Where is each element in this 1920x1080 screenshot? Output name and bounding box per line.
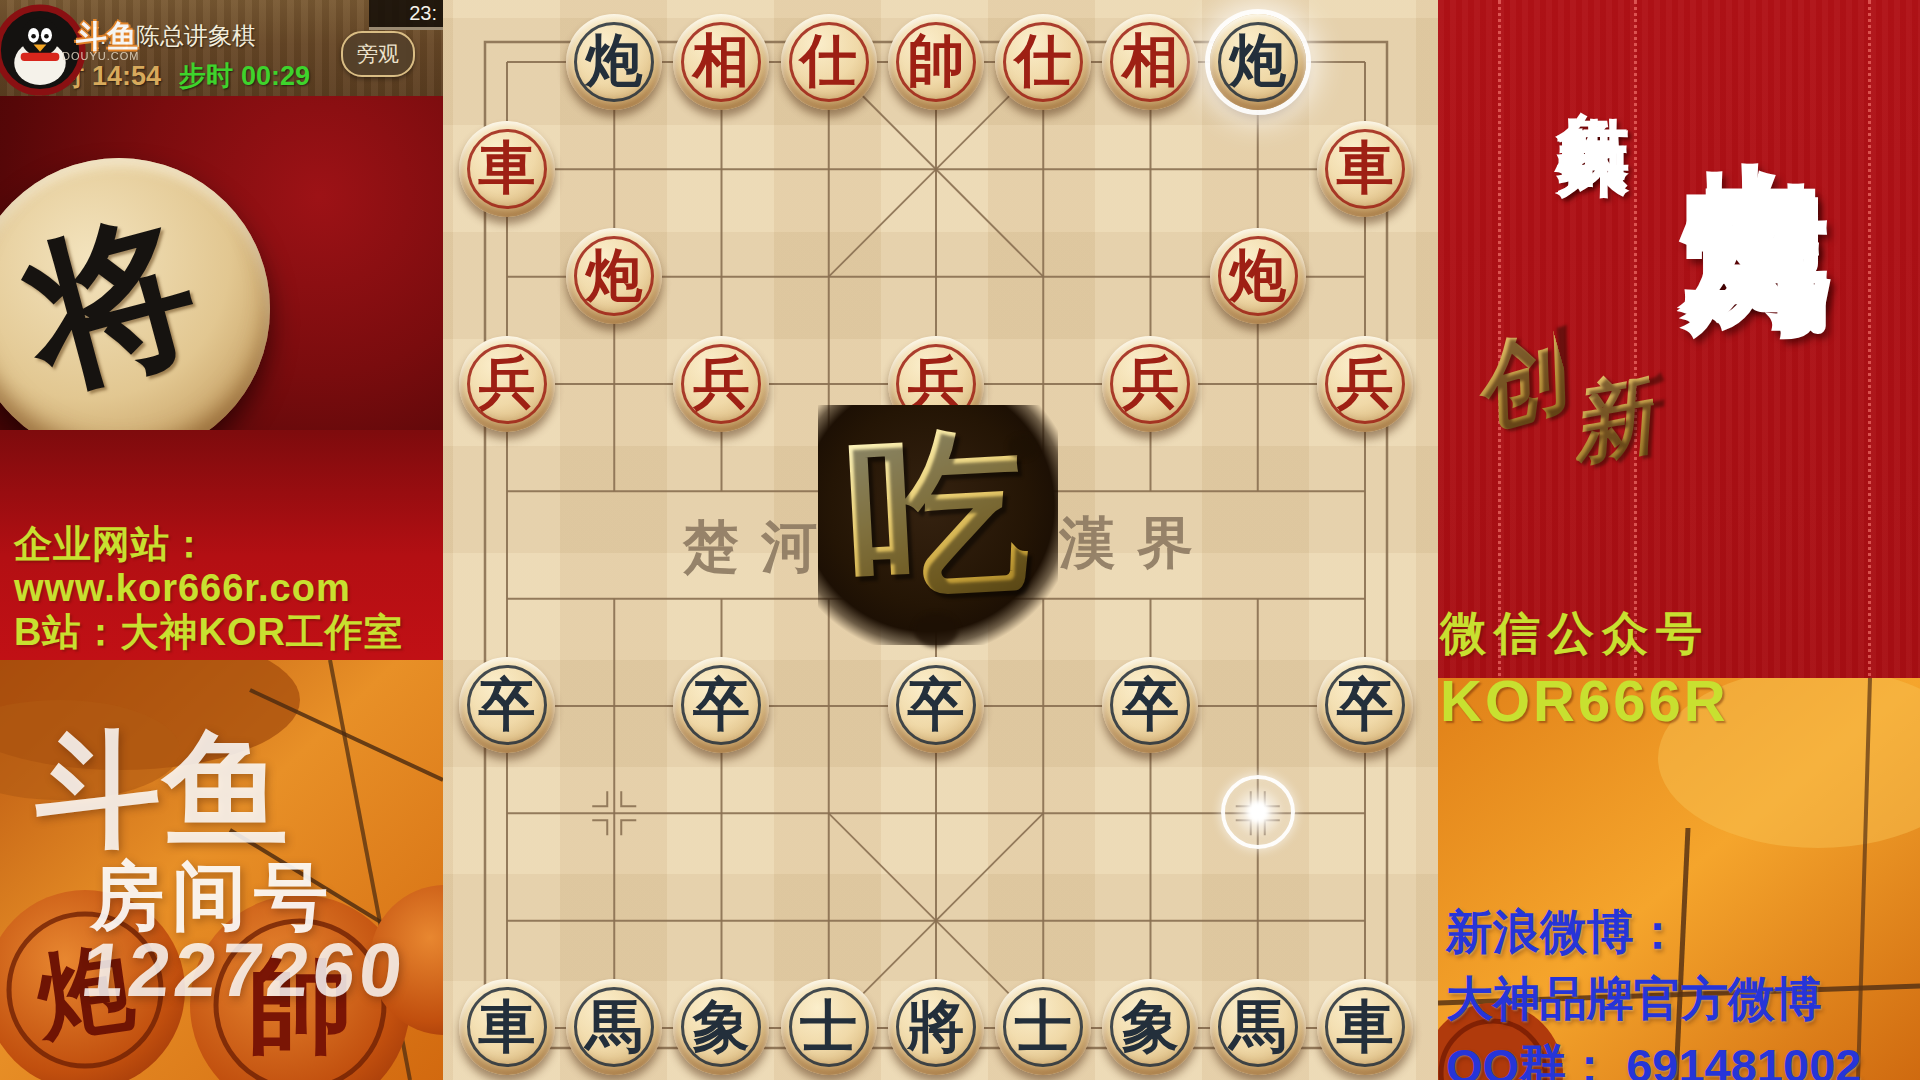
wechat-id: KOR666R: [1440, 667, 1729, 734]
xiangqi-board-panel[interactable]: 楚河 漢界 炮相仕帥仕相炮車車炮炮兵兵兵兵兵卒卒卒卒卒車馬象士將士象馬車 吃: [443, 0, 1438, 1080]
piece-black-c4r9[interactable]: 將: [888, 979, 984, 1075]
piece-black-c6r9[interactable]: 象: [1102, 979, 1198, 1075]
piece-red-c6r0[interactable]: 相: [1102, 14, 1198, 110]
move-time-label: 步时: [179, 61, 233, 91]
spectate-button[interactable]: 旁观: [341, 31, 415, 77]
site-links-text: 企业网站： www.kor666r.com B站：大神KOR工作室: [14, 522, 403, 654]
weibo-line-2: 大神品牌官方微博: [1446, 965, 1861, 1032]
photo-general-char: 将: [3, 176, 220, 434]
main-title-vertical: 中炮对屏风马: [1678, 40, 1838, 100]
site-line-1: 企业网站：: [14, 522, 403, 566]
piece-red-c0r3[interactable]: 兵: [459, 336, 555, 432]
site-line-3: B站：大神KOR工作室: [14, 610, 403, 654]
dotted-divider: [1634, 0, 1637, 690]
piece-black-c7r0[interactable]: 炮: [1210, 14, 1306, 110]
piece-black-c4r6[interactable]: 卒: [888, 657, 984, 753]
piece-red-c2r3[interactable]: 兵: [673, 336, 769, 432]
subtitle-vertical: 象棋大师: [1544, 52, 1644, 76]
piece-black-c1r0[interactable]: 炮: [566, 14, 662, 110]
piece-red-c7r2[interactable]: 炮: [1210, 228, 1306, 324]
room-number-photo: 炮 帥 斗鱼 房间号 1227260: [0, 660, 443, 1080]
piece-red-c0r1[interactable]: 車: [459, 121, 555, 217]
weibo-block: 新浪微博： 大神品牌官方微博 QQ群： 691481002: [1446, 898, 1861, 1080]
stream-left-panel: […] 陈总讲象棋 斗鱼 DOUYU.COM 局时14:54步时00:29 旁观…: [0, 0, 443, 1080]
aim-cursor-icon: [1221, 775, 1295, 849]
piece-red-c6r3[interactable]: 兵: [1102, 336, 1198, 432]
piece-black-c5r9[interactable]: 士: [995, 979, 1091, 1075]
piece-black-c2r6[interactable]: 卒: [673, 657, 769, 753]
calligraphy-xin: 新: [1560, 355, 1665, 485]
piece-black-c1r9[interactable]: 馬: [566, 979, 662, 1075]
piece-black-c0r9[interactable]: 車: [459, 979, 555, 1075]
move-time-value: 00:29: [241, 61, 310, 91]
wechat-block: 微信公众号 KOR666R: [1440, 603, 1729, 734]
piece-red-c5r0[interactable]: 仕: [995, 14, 1091, 110]
piece-black-c8r6[interactable]: 卒: [1317, 657, 1413, 753]
capture-badge-char: 吃: [841, 391, 1033, 642]
game-time-value: 14:54: [92, 61, 161, 91]
piece-red-c8r3[interactable]: 兵: [1317, 336, 1413, 432]
weibo-line-3: QQ群： 691481002: [1446, 1032, 1861, 1080]
photo-general-piece: 将: [0, 158, 270, 460]
piece-black-c7r9[interactable]: 馬: [1210, 979, 1306, 1075]
dotted-divider: [1868, 0, 1871, 690]
piece-red-c1r2[interactable]: 炮: [566, 228, 662, 324]
stream-topbar: […] 陈总讲象棋 斗鱼 DOUYU.COM 局时14:54步时00:29 旁观…: [0, 0, 443, 98]
piece-red-c4r0[interactable]: 帥: [888, 14, 984, 110]
piece-black-c3r9[interactable]: 士: [781, 979, 877, 1075]
piece-black-c8r9[interactable]: 車: [1317, 979, 1413, 1075]
piece-red-c2r0[interactable]: 相: [673, 14, 769, 110]
stream-clock: 23:: [369, 0, 443, 30]
room-number-value: 1227260: [77, 926, 410, 1013]
piece-red-c8r1[interactable]: 車: [1317, 121, 1413, 217]
piece-red-c3r0[interactable]: 仕: [781, 14, 877, 110]
capture-badge: 吃: [818, 405, 1058, 645]
left-red-band: 企业网站： www.kor666r.com B站：大神KOR工作室: [0, 430, 443, 660]
wechat-label: 微信公众号: [1440, 603, 1729, 665]
general-piece-photo: 将: [0, 96, 443, 430]
site-line-2[interactable]: www.kor666r.com: [14, 566, 403, 610]
piece-black-c6r6[interactable]: 卒: [1102, 657, 1198, 753]
weibo-line-1: 新浪微博：: [1446, 898, 1861, 965]
piece-black-c0r6[interactable]: 卒: [459, 657, 555, 753]
piece-black-c2r9[interactable]: 象: [673, 979, 769, 1075]
promo-right-panel: 象棋大师 创 新 中炮对屏风马 微信公众号 KOR666R 新浪微博： 大神品牌…: [1438, 0, 1920, 1080]
douyu-domain: DOUYU.COM: [62, 50, 139, 62]
